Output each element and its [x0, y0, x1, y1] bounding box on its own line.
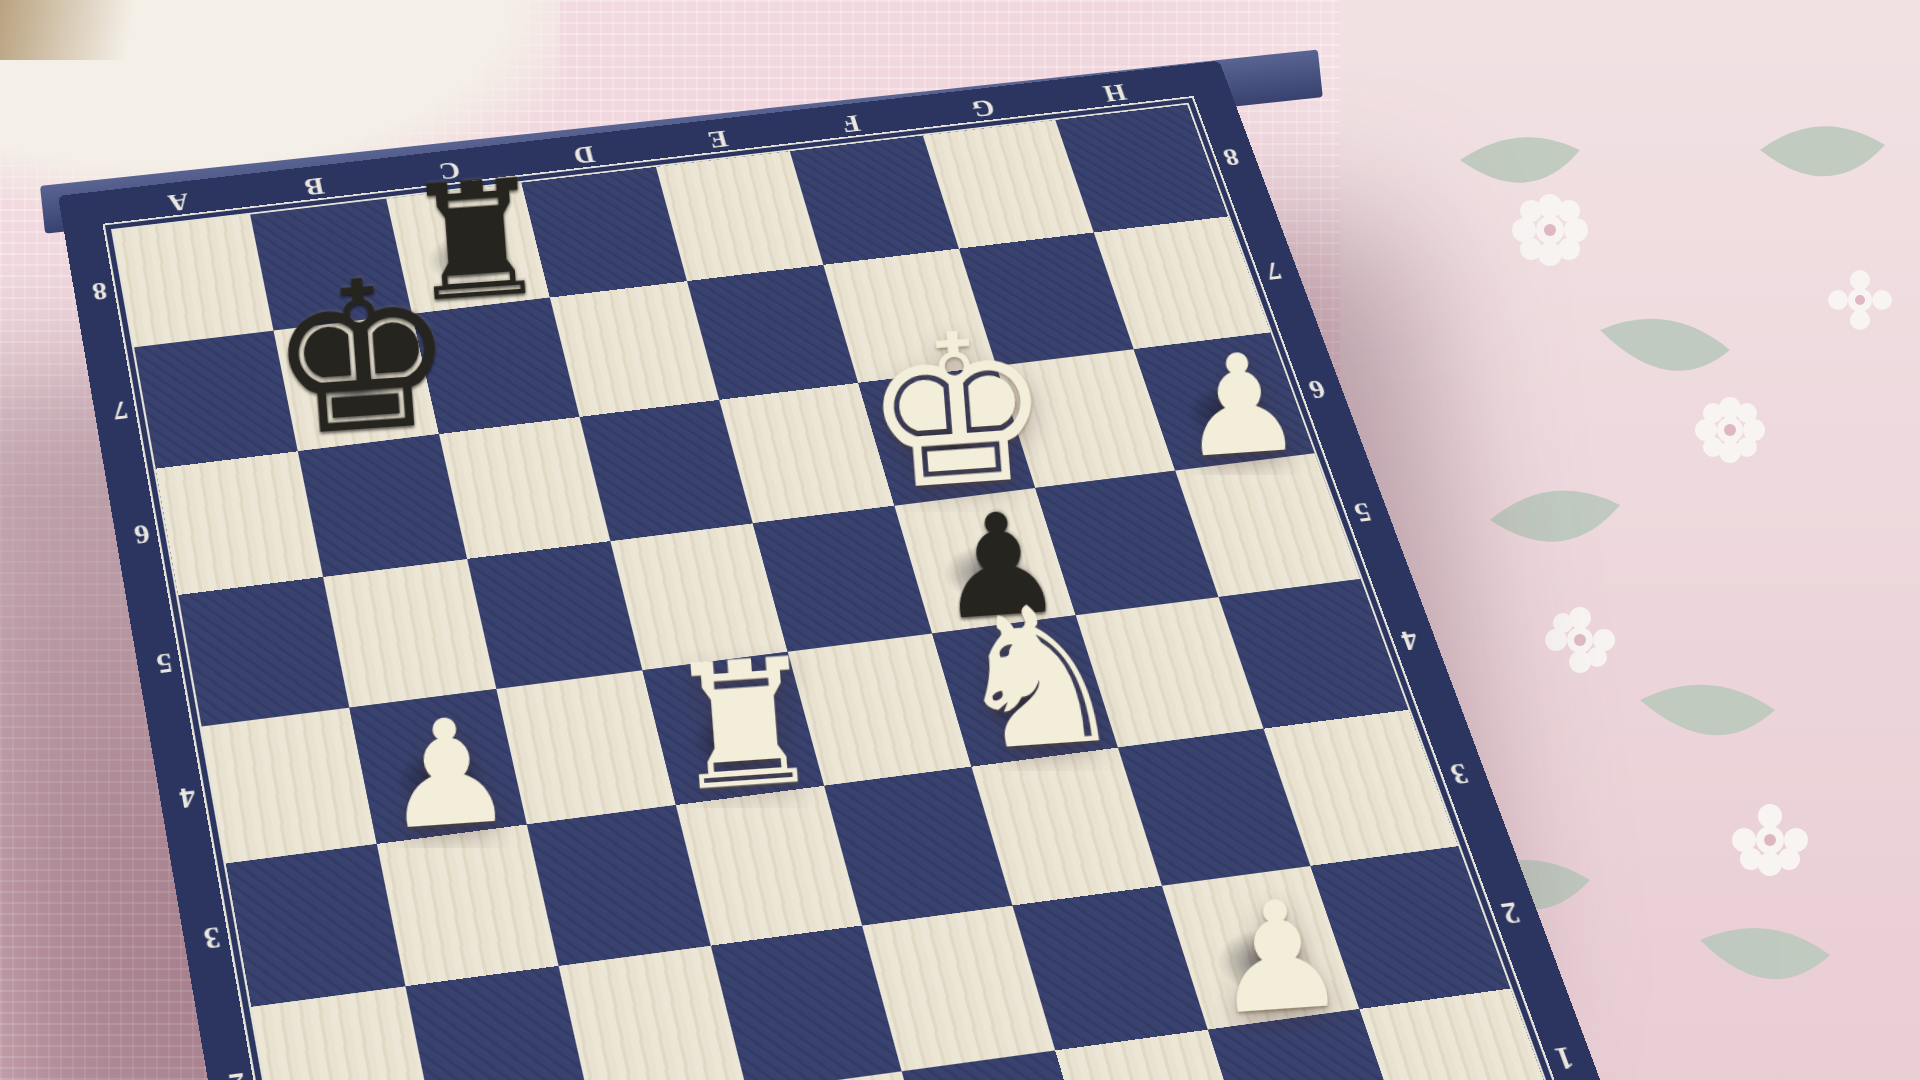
white-pawn-icon: ♟ — [1173, 340, 1308, 474]
square-a5[interactable] — [178, 577, 349, 727]
square-b5[interactable] — [323, 559, 496, 708]
square-e8[interactable] — [656, 151, 823, 281]
square-a3[interactable] — [226, 844, 405, 1007]
white-pawn-icon: ♟ — [376, 704, 518, 847]
square-b4[interactable]: ♟ — [349, 689, 526, 844]
square-g2[interactable]: ♟ — [1162, 866, 1360, 1030]
white-knight-icon: ♞ — [944, 586, 1132, 774]
piece-black-king-b7[interactable]: ♚ — [273, 314, 439, 451]
piece-white-king-f6[interactable]: ♚ — [858, 366, 1035, 506]
pillow-corner-shadow — [0, 0, 170, 60]
piece-white-rook-d4[interactable]: ♜ — [642, 652, 824, 805]
white-pawn-icon: ♟ — [1205, 885, 1352, 1032]
square-f6[interactable]: ♚ — [858, 366, 1035, 506]
square-a4[interactable] — [202, 708, 377, 864]
square-f4[interactable]: ♞ — [932, 615, 1118, 766]
square-a8[interactable] — [113, 215, 273, 348]
square-d4[interactable]: ♜ — [642, 652, 824, 805]
square-b7[interactable]: ♚ — [273, 314, 439, 451]
square-b6[interactable] — [298, 434, 467, 577]
black-king-icon: ♚ — [261, 259, 462, 461]
square-a6[interactable] — [156, 451, 323, 595]
piece-white-pawn-b4[interactable]: ♟ — [349, 689, 526, 844]
piece-white-pawn-g2[interactable]: ♟ — [1162, 866, 1360, 1030]
white-king-icon: ♚ — [856, 311, 1060, 515]
white-rook-icon: ♜ — [660, 642, 828, 811]
piece-white-knight-f4[interactable]: ♞ — [932, 615, 1118, 766]
